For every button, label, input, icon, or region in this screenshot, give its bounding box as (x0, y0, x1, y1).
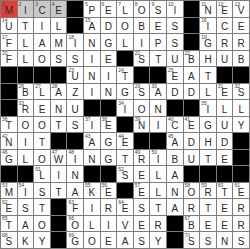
cell-r8c13[interactable]: G (200, 117, 216, 133)
clue-number: 26 (19, 84, 25, 89)
cell-letter: S (205, 233, 212, 247)
cell-r3c2[interactable]: L (18, 34, 34, 50)
cell-r13c14[interactable]: E (217, 199, 233, 215)
black-cell-r3c12 (184, 34, 200, 50)
cell-r14c8[interactable]: V (117, 216, 133, 232)
cell-r2c9[interactable]: B (134, 18, 150, 34)
clue-number: 7 (118, 2, 121, 7)
cell-r4c14[interactable]: U (217, 51, 233, 67)
cell-r2c14[interactable]: C (217, 18, 233, 34)
cell-r12c1[interactable]: 53M (1, 183, 17, 199)
cell-r4c4[interactable]: S (51, 51, 67, 67)
cell-letter: H (204, 134, 211, 148)
cell-r13c3[interactable]: T (34, 199, 50, 215)
cell-r13c7[interactable]: R (101, 199, 117, 215)
cell-r1c10[interactable]: 9S (150, 1, 166, 17)
black-cell-r15c11 (167, 232, 183, 248)
cell-r4c2[interactable]: L (18, 51, 34, 67)
cell-letter: N (155, 101, 162, 115)
black-cell-r5c3 (34, 67, 50, 83)
cell-r6c11[interactable]: D (167, 84, 183, 100)
cell-r14c6[interactable]: L (84, 216, 100, 232)
cell-r12c14[interactable]: 60T (217, 183, 233, 199)
cell-letter: I (90, 51, 93, 65)
cell-letter: I (124, 101, 127, 115)
clue-number: 55 (85, 183, 91, 188)
cell-letter: T (56, 117, 62, 131)
black-cell-r5c15 (233, 67, 249, 83)
cell-letter: R (238, 35, 245, 49)
cell-r9c14[interactable]: D (217, 133, 233, 149)
clue-number: 1 (2, 2, 5, 7)
black-cell-r11c6 (84, 166, 100, 182)
cell-r11c3[interactable]: 51L (34, 166, 50, 182)
cell-r12c7[interactable]: 56E (101, 183, 117, 199)
cell-letter: E (138, 167, 145, 181)
cell-r1c8[interactable]: 7L (117, 1, 133, 17)
cell-r6c2[interactable]: 26B (18, 84, 34, 100)
cell-r8c2[interactable]: O (18, 117, 34, 133)
cell-letter: R (188, 200, 195, 214)
cell-letter: G (121, 84, 129, 98)
cell-r3c7[interactable]: G (101, 34, 117, 50)
cell-letter: A (39, 35, 46, 49)
cell-r7c4[interactable]: N (51, 100, 67, 116)
cell-r15c9[interactable]: S (134, 232, 150, 248)
cell-letter: R (238, 200, 245, 214)
cell-letter: I (57, 167, 60, 181)
cell-r4c9[interactable]: 21S (134, 51, 150, 67)
cell-r14c14[interactable]: E (217, 216, 233, 232)
cell-letter: A (188, 68, 195, 82)
clue-number: 8 (135, 2, 138, 7)
cell-r8c4[interactable]: T (51, 117, 67, 133)
cell-r8c7[interactable]: 38E (101, 117, 117, 133)
cell-r13c12[interactable]: R (184, 199, 200, 215)
cell-r8c15[interactable]: Y (233, 117, 249, 133)
cell-r14c12[interactable]: 67B (184, 216, 200, 232)
black-cell-r1c5 (67, 1, 83, 17)
cell-r14c15[interactable]: R (233, 216, 249, 232)
cell-r1c11[interactable]: 10I (167, 1, 183, 17)
clue-number: 67 (185, 216, 191, 221)
cell-r14c9[interactable]: E (134, 216, 150, 232)
cell-letter: P (88, 2, 95, 16)
black-cell-r14c11 (167, 216, 183, 232)
cell-letter: U (72, 101, 79, 115)
cell-r2c3[interactable]: I (34, 18, 50, 34)
clue-number: 19 (201, 35, 207, 40)
cell-r12c15[interactable]: 61E (233, 183, 249, 199)
cell-letter: N (55, 101, 62, 115)
cell-letter: E (238, 18, 245, 32)
cell-r14c7[interactable]: I (101, 216, 117, 232)
cell-r10c9[interactable]: 49R (134, 150, 150, 166)
cell-letter: E (221, 217, 228, 231)
cell-r9c3[interactable]: T (34, 133, 50, 149)
cell-letter: T (155, 51, 161, 65)
cell-r14c2[interactable]: A (18, 216, 34, 232)
black-cell-r5c2 (18, 67, 34, 83)
black-cell-r5c14 (217, 67, 233, 83)
cell-r15c3[interactable]: Y (34, 232, 50, 248)
cell-r4c15[interactable]: B (233, 51, 249, 67)
cell-r4c5[interactable]: S (67, 51, 83, 67)
cell-r15c2[interactable]: K (18, 232, 34, 248)
cell-r13c2[interactable]: S (18, 199, 34, 215)
cell-r4c1[interactable]: 20F (1, 51, 17, 67)
clue-number: 59 (201, 183, 207, 188)
cell-r10c10[interactable]: 50I (150, 150, 166, 166)
black-cell-r7c11 (167, 100, 183, 116)
cell-r13c5[interactable]: 63F (67, 199, 83, 215)
cell-r7c10[interactable]: N (150, 100, 166, 116)
cell-r15c13[interactable]: S (200, 232, 216, 248)
cell-letter: L (205, 84, 211, 98)
cell-r3c9[interactable]: I (134, 34, 150, 50)
cell-r14c5[interactable]: 66O (67, 216, 83, 232)
cell-letter: N (171, 184, 178, 198)
black-cell-r5c1 (1, 67, 17, 83)
cell-r10c7[interactable]: G (101, 150, 117, 166)
clue-number: 4 (52, 2, 55, 7)
cell-r9c2[interactable]: I (18, 133, 34, 149)
cell-r6c10[interactable]: 30A (150, 84, 166, 100)
clue-number: 48 (68, 150, 74, 155)
cell-r10c13[interactable]: T (200, 150, 216, 166)
cell-r10c12[interactable]: U (184, 150, 200, 166)
cell-r8c9[interactable]: 39N (134, 117, 150, 133)
cell-r8c3[interactable]: O (34, 117, 50, 133)
clue-number: 64 (118, 200, 124, 205)
cell-r1c14[interactable]: 12E (217, 1, 233, 17)
cell-letter: N (88, 35, 95, 49)
cell-r9c12[interactable]: D (184, 133, 200, 149)
clue-number: 29 (135, 84, 141, 89)
cell-r2c7[interactable]: D (101, 18, 117, 34)
cell-r4c6[interactable]: I (84, 51, 100, 67)
cell-r14c13[interactable]: E (200, 216, 216, 232)
cell-r2c13[interactable]: 16I (200, 18, 216, 34)
cell-letter: A (171, 167, 178, 181)
cell-r3c1[interactable]: 17F (1, 34, 17, 50)
cell-letter: N (88, 151, 95, 165)
cell-r4c12[interactable]: 22B (184, 51, 200, 67)
cell-letter: I (157, 117, 160, 131)
cell-letter: S (22, 200, 29, 214)
cell-r2c2[interactable]: T (18, 18, 34, 34)
cell-r4c3[interactable]: O (34, 51, 50, 67)
crossword-board: 1M2I3C4E5P6E7L8O9S10I11N12E13V14UTIL15AD… (0, 0, 250, 249)
cell-r7c15[interactable]: L (233, 100, 249, 116)
clue-number: 56 (102, 183, 108, 188)
cell-r15c14[interactable]: N (217, 232, 233, 248)
cell-r11c8[interactable]: 52S (117, 166, 133, 182)
cell-letter: T (155, 200, 161, 214)
black-cell-r9c5 (67, 133, 83, 149)
clue-number: 45 (168, 134, 174, 139)
cell-letter: B (171, 151, 178, 165)
cell-r15c15[interactable]: S (233, 232, 249, 248)
cell-r4c10[interactable]: T (150, 51, 166, 67)
cell-r3c11[interactable]: S (167, 34, 183, 50)
cell-r8c14[interactable]: U (217, 117, 233, 133)
cell-r10c4[interactable]: 47W (51, 150, 67, 166)
cell-letter: D (188, 84, 195, 98)
cell-r10c14[interactable]: E (217, 150, 233, 166)
cell-r12c13[interactable]: 59R (200, 183, 216, 199)
cell-r11c4[interactable]: I (51, 166, 67, 182)
cell-r3c8[interactable]: L (117, 34, 133, 50)
cell-r13c15[interactable]: R (233, 199, 249, 215)
cell-r10c6[interactable]: N (84, 150, 100, 166)
cell-r5c6[interactable]: N (84, 67, 100, 83)
cell-r6c12[interactable]: D (184, 84, 200, 100)
cell-letter: L (56, 18, 62, 32)
cell-r3c10[interactable]: P (150, 34, 166, 50)
cell-r10c5[interactable]: 48I (67, 150, 83, 166)
clue-number: 6 (102, 2, 105, 7)
cell-r6c9[interactable]: 29S (134, 84, 150, 100)
cell-r1c2[interactable]: 2I (18, 1, 34, 17)
cell-r10c3[interactable]: O (34, 150, 50, 166)
cell-letter: I (90, 200, 93, 214)
cell-r5c8[interactable]: 24T (117, 67, 133, 83)
clue-number: 69 (68, 233, 74, 238)
cell-r1c7[interactable]: 6E (101, 1, 117, 17)
clue-number: 62 (2, 200, 8, 205)
cell-letter: U (221, 117, 228, 131)
cell-r2c1[interactable]: 14U (1, 18, 17, 34)
cell-letter: V (122, 217, 129, 231)
cell-r12c6[interactable]: 55K (84, 183, 100, 199)
cell-r8c11[interactable]: 40C (167, 117, 183, 133)
cell-r12c3[interactable]: S (34, 183, 50, 199)
cell-r9c7[interactable]: G (101, 133, 117, 149)
clue-number: 23 (68, 68, 74, 73)
cell-r11c5[interactable]: N (67, 166, 83, 182)
cell-r7c13[interactable]: 35I (200, 100, 216, 116)
cell-r15c8[interactable]: A (117, 232, 133, 248)
cell-r15c1[interactable]: 68S (1, 232, 17, 248)
cell-letter: T (122, 151, 128, 165)
cell-r8c6[interactable]: 37I (84, 117, 100, 133)
cell-r2c10[interactable]: E (150, 18, 166, 34)
cell-r2c8[interactable]: O (117, 18, 133, 34)
clue-number: 35 (201, 101, 207, 106)
cell-r8c10[interactable]: I (150, 117, 166, 133)
cell-r8c1[interactable]: 36T (1, 117, 17, 133)
black-cell-r2c12 (184, 18, 200, 34)
cell-r9c8[interactable]: 44E (117, 133, 133, 149)
cell-r10c2[interactable]: L (18, 150, 34, 166)
cell-r15c12[interactable]: 70S (184, 232, 200, 248)
cell-r1c13[interactable]: 11N (200, 1, 216, 17)
black-cell-r11c14 (217, 166, 233, 182)
cell-r11c9[interactable]: E (134, 166, 150, 182)
clue-number: 49 (135, 150, 141, 155)
cell-letter: T (39, 200, 45, 214)
cell-r7c14[interactable]: L (217, 100, 233, 116)
cell-letter: B (238, 51, 245, 65)
cell-letter: A (171, 200, 178, 214)
cell-r9c6[interactable]: 43A (84, 133, 100, 149)
clue-number: 36 (2, 117, 8, 122)
cell-r2c11[interactable]: S (167, 18, 183, 34)
cell-r1c15[interactable]: 13V (233, 1, 249, 17)
clue-number: 14 (2, 18, 8, 23)
cell-letter: E (138, 217, 145, 231)
cell-r1c3[interactable]: 3C (34, 1, 50, 17)
cell-letter: U (221, 51, 228, 65)
cell-letter: G (105, 35, 113, 49)
cell-r3c6[interactable]: N (84, 34, 100, 50)
cell-r6c6[interactable]: I (84, 84, 100, 100)
cell-r6c7[interactable]: N (101, 84, 117, 100)
cell-r10c1[interactable]: 46G (1, 150, 17, 166)
cell-r15c6[interactable]: O (84, 232, 100, 248)
cell-r5c11[interactable]: 25E (167, 67, 183, 83)
cell-r7c8[interactable]: 34I (117, 100, 133, 116)
cell-r2c4[interactable]: L (51, 18, 67, 34)
cell-r9c11[interactable]: 45A (167, 133, 183, 149)
cell-r15c7[interactable]: E (101, 232, 117, 248)
cell-r6c13[interactable]: L (200, 84, 216, 100)
clue-number: 10 (168, 2, 174, 7)
cell-r14c3[interactable]: O (34, 216, 50, 232)
cell-r5c12[interactable]: A (184, 67, 200, 83)
cell-r2c15[interactable]: E (233, 18, 249, 34)
clue-number: 34 (118, 101, 124, 106)
cell-r11c10[interactable]: L (150, 166, 166, 182)
cell-r7c5[interactable]: U (67, 100, 83, 116)
cell-r5c7[interactable]: I (101, 67, 117, 83)
cell-r7c2[interactable]: 33R (18, 100, 34, 116)
cell-r13c1[interactable]: 62E (1, 199, 17, 215)
cell-r3c5[interactable]: 18I (67, 34, 83, 50)
cell-r13c8[interactable]: 64E (117, 199, 133, 215)
cell-letter: S (171, 35, 178, 49)
cell-r12c12[interactable]: 58O (184, 183, 200, 199)
cell-r1c9[interactable]: 8O (134, 1, 150, 17)
clue-number: 9 (151, 2, 154, 7)
cell-r12c9[interactable]: 57E (134, 183, 150, 199)
cell-r14c1[interactable]: 65T (1, 216, 17, 232)
cell-letter: D (188, 134, 195, 148)
cell-letter: E (221, 200, 228, 214)
clue-number: 58 (185, 183, 191, 188)
cell-r3c14[interactable]: R (217, 34, 233, 50)
cell-r10c8[interactable]: T (117, 150, 133, 166)
cell-r1c4[interactable]: 4E (51, 1, 67, 17)
cell-r10c11[interactable]: B (167, 150, 183, 166)
cell-letter: A (72, 184, 79, 198)
cell-letter: T (22, 18, 28, 32)
cell-letter: O (38, 151, 46, 165)
cell-letter: L (23, 151, 29, 165)
cell-r4c13[interactable]: H (200, 51, 216, 67)
cell-letter: E (55, 2, 62, 16)
cell-letter: I (157, 151, 160, 165)
clue-number: 37 (85, 117, 91, 122)
cell-r13c9[interactable]: S (134, 199, 150, 215)
cell-r7c9[interactable]: O (134, 100, 150, 116)
clue-number: 27 (35, 84, 41, 89)
cell-r9c13[interactable]: H (200, 133, 216, 149)
cell-r6c8[interactable]: G (117, 84, 133, 100)
cell-r13c6[interactable]: I (84, 199, 100, 215)
clue-number: 52 (118, 167, 124, 172)
cell-letter: E (221, 151, 228, 165)
cell-r4c7[interactable]: E (101, 51, 117, 67)
cell-r12c4[interactable]: T (51, 183, 67, 199)
black-cell-r12c8 (117, 183, 133, 199)
cell-letter: A (122, 233, 129, 247)
clue-number: 30 (151, 84, 157, 89)
cell-r13c11[interactable]: A (167, 199, 183, 215)
cell-r6c5[interactable]: Z (67, 84, 83, 100)
cell-r6c15[interactable]: 32S (233, 84, 249, 100)
cell-r15c5[interactable]: 69G (67, 232, 83, 248)
cell-r14c10[interactable]: R (150, 216, 166, 232)
clue-number: 3 (35, 2, 38, 7)
black-cell-r11c13 (200, 166, 216, 182)
cell-letter: M (5, 2, 13, 16)
cell-r12c10[interactable]: L (150, 183, 166, 199)
cell-letter: S (238, 233, 245, 247)
cell-r5c13[interactable]: T (200, 67, 216, 83)
cell-letter: Z (72, 84, 78, 98)
cell-r13c13[interactable]: T (200, 199, 216, 215)
cell-letter: C (221, 18, 228, 32)
clue-number: 53 (2, 183, 8, 188)
cell-r6c3[interactable]: 27L (34, 84, 50, 100)
cell-r12c2[interactable]: 54I (18, 183, 34, 199)
cell-r6c4[interactable]: 28A (51, 84, 67, 100)
cell-r6c14[interactable]: 31E (217, 84, 233, 100)
cell-letter: C (38, 2, 45, 16)
cell-r8c5[interactable]: S (67, 117, 83, 133)
cell-r12c5[interactable]: A (67, 183, 83, 199)
cell-letter: I (107, 217, 110, 231)
cell-r13c10[interactable]: T (150, 199, 166, 215)
cell-r1c1[interactable]: 1M (1, 1, 17, 17)
cell-letter: L (23, 35, 29, 49)
cell-r2c6[interactable]: 15A (84, 18, 100, 34)
cell-r11c11[interactable]: A (167, 166, 183, 182)
cell-r8c12[interactable]: 41E (184, 117, 200, 133)
cell-r7c3[interactable]: E (34, 100, 50, 116)
cell-letter: L (89, 217, 95, 231)
cell-letter: O (88, 233, 96, 247)
cell-letter: N (105, 84, 112, 98)
cell-letter: K (22, 233, 29, 247)
cell-r3c15[interactable]: R (233, 34, 249, 50)
cell-letter: I (207, 18, 210, 32)
cell-r12c11[interactable]: N (167, 183, 183, 199)
cell-r1c6[interactable]: 5P (84, 1, 100, 17)
cell-r9c1[interactable]: 42N (1, 133, 17, 149)
cell-letter: E (105, 2, 112, 16)
cell-r15c10[interactable]: Y (150, 232, 166, 248)
cell-r5c5[interactable]: 23U (67, 67, 83, 83)
cell-r3c4[interactable]: M (51, 34, 67, 50)
cell-r3c3[interactable]: A (34, 34, 50, 50)
cell-r3c13[interactable]: 19G (200, 34, 216, 50)
cell-letter: L (23, 51, 29, 65)
cell-r4c11[interactable]: U (167, 51, 183, 67)
cell-letter: L (222, 101, 228, 115)
